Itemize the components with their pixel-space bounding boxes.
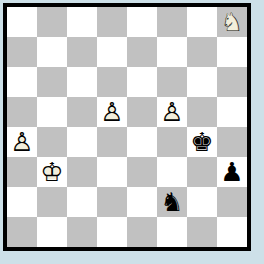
square-g6[interactable] — [187, 67, 217, 97]
square-c2[interactable] — [67, 187, 97, 217]
square-d4[interactable] — [97, 127, 127, 157]
square-h2[interactable] — [217, 187, 247, 217]
square-c8[interactable] — [67, 7, 97, 37]
square-a8[interactable] — [7, 7, 37, 37]
square-e6[interactable] — [127, 67, 157, 97]
white-knight-h8[interactable]: ♞♘ — [217, 7, 247, 37]
square-c1[interactable] — [67, 217, 97, 247]
square-c5[interactable] — [67, 97, 97, 127]
chess-board: ♞♘♟♙♟♙♟♙♚♚♔♟♞ — [3, 3, 251, 251]
square-b6[interactable] — [37, 67, 67, 97]
square-f8[interactable] — [157, 7, 187, 37]
square-g3[interactable] — [187, 157, 217, 187]
white-piece-outline: ♙ — [7, 127, 37, 157]
square-e8[interactable] — [127, 7, 157, 37]
white-piece-outline: ♘ — [217, 7, 247, 37]
square-e1[interactable] — [127, 217, 157, 247]
square-f4[interactable] — [157, 127, 187, 157]
white-king-b3[interactable]: ♚♔ — [37, 157, 67, 187]
square-c3[interactable] — [67, 157, 97, 187]
square-d3[interactable] — [97, 157, 127, 187]
white-pawn-a4[interactable]: ♟♙ — [7, 127, 37, 157]
square-a2[interactable] — [7, 187, 37, 217]
black-piece-glyph: ♟ — [217, 157, 247, 187]
square-d1[interactable] — [97, 217, 127, 247]
white-piece-outline: ♙ — [157, 97, 187, 127]
white-pawn-d5[interactable]: ♟♙ — [97, 97, 127, 127]
square-b1[interactable] — [37, 217, 67, 247]
white-piece-outline: ♔ — [37, 157, 67, 187]
square-d6[interactable] — [97, 67, 127, 97]
white-piece-outline: ♙ — [97, 97, 127, 127]
square-h4[interactable] — [217, 127, 247, 157]
square-c4[interactable] — [67, 127, 97, 157]
square-e3[interactable] — [127, 157, 157, 187]
square-f2[interactable]: ♞ — [157, 187, 187, 217]
square-a4[interactable]: ♟♙ — [7, 127, 37, 157]
black-pawn-h3[interactable]: ♟ — [217, 157, 247, 187]
square-f3[interactable] — [157, 157, 187, 187]
square-b4[interactable] — [37, 127, 67, 157]
square-h6[interactable] — [217, 67, 247, 97]
black-knight-f2[interactable]: ♞ — [157, 187, 187, 217]
square-b5[interactable] — [37, 97, 67, 127]
square-e7[interactable] — [127, 37, 157, 67]
square-e5[interactable] — [127, 97, 157, 127]
square-d8[interactable] — [97, 7, 127, 37]
square-d5[interactable]: ♟♙ — [97, 97, 127, 127]
square-g2[interactable] — [187, 187, 217, 217]
square-a6[interactable] — [7, 67, 37, 97]
square-b2[interactable] — [37, 187, 67, 217]
square-a1[interactable] — [7, 217, 37, 247]
square-h1[interactable] — [217, 217, 247, 247]
square-d2[interactable] — [97, 187, 127, 217]
square-a3[interactable] — [7, 157, 37, 187]
square-h5[interactable] — [217, 97, 247, 127]
square-g5[interactable] — [187, 97, 217, 127]
square-h7[interactable] — [217, 37, 247, 67]
white-pawn-f5[interactable]: ♟♙ — [157, 97, 187, 127]
square-c6[interactable] — [67, 67, 97, 97]
square-d7[interactable] — [97, 37, 127, 67]
square-b3[interactable]: ♚♔ — [37, 157, 67, 187]
square-f6[interactable] — [157, 67, 187, 97]
square-g7[interactable] — [187, 37, 217, 67]
black-king-g4[interactable]: ♚ — [187, 127, 217, 157]
black-piece-glyph: ♞ — [157, 187, 187, 217]
square-f5[interactable]: ♟♙ — [157, 97, 187, 127]
square-f7[interactable] — [157, 37, 187, 67]
square-g4[interactable]: ♚ — [187, 127, 217, 157]
square-g8[interactable] — [187, 7, 217, 37]
square-h8[interactable]: ♞♘ — [217, 7, 247, 37]
square-a5[interactable] — [7, 97, 37, 127]
square-f1[interactable] — [157, 217, 187, 247]
square-g1[interactable] — [187, 217, 217, 247]
square-b7[interactable] — [37, 37, 67, 67]
square-e4[interactable] — [127, 127, 157, 157]
square-h3[interactable]: ♟ — [217, 157, 247, 187]
square-e2[interactable] — [127, 187, 157, 217]
square-b8[interactable] — [37, 7, 67, 37]
square-c7[interactable] — [67, 37, 97, 67]
chess-diagram: ♞♘♟♙♟♙♟♙♚♚♔♟♞ — [0, 0, 264, 264]
square-a7[interactable] — [7, 37, 37, 67]
black-piece-glyph: ♚ — [187, 127, 217, 157]
